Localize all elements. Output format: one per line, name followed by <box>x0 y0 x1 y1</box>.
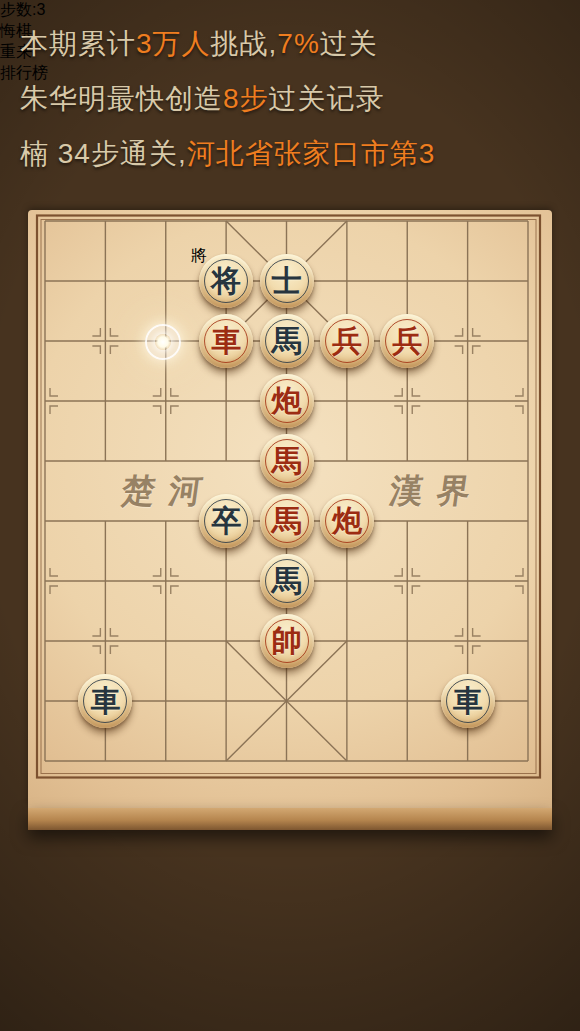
piece-glyph: 馬 <box>260 494 314 548</box>
app-screen: 本期累计3万人挑战,7%过关 朱华明最快创造8步过关记录 楠 34步通关,河北省… <box>0 0 580 1031</box>
piece-glyph: 帥 <box>260 614 314 668</box>
piece-glyph: 炮 <box>260 374 314 428</box>
stat-line-latest-pass: 楠 34步通关,河北省张家口市第3 <box>20 126 560 181</box>
piece-black-horse[interactable]: 馬 <box>260 554 314 608</box>
board-surface[interactable]: 楚河 漢界 将士馬車兵兵炮馬卒馬炮馬帥車車 將 <box>28 210 552 808</box>
piece-black-general[interactable]: 将 <box>199 254 253 308</box>
header-stats: 本期累计3万人挑战,7%过关 朱华明最快创造8步过关记录 楠 34步通关,河北省… <box>20 16 560 181</box>
piece-glyph: 馬 <box>260 554 314 608</box>
river-label-right: 漢界 <box>387 469 487 514</box>
piece-glyph: 馬 <box>260 434 314 488</box>
piece-red-cannon[interactable]: 炮 <box>260 374 314 428</box>
piece-glyph: 馬 <box>260 314 314 368</box>
piece-red-horse[interactable]: 馬 <box>260 494 314 548</box>
sparkle-dot <box>155 334 171 350</box>
piece-black-chariot[interactable]: 車 <box>78 674 132 728</box>
piece-black-chariot[interactable]: 車 <box>441 674 495 728</box>
stat-line-challenges: 本期累计3万人挑战,7%过关 <box>20 16 560 71</box>
piece-black-advisor[interactable]: 士 <box>260 254 314 308</box>
piece-red-horse[interactable]: 馬 <box>260 434 314 488</box>
piece-glyph: 車 <box>78 674 132 728</box>
piece-glyph: 車 <box>441 674 495 728</box>
stat-line-record: 朱华明最快创造8步过关记录 <box>20 71 560 126</box>
piece-glyph: 卒 <box>199 494 253 548</box>
move-sparkle <box>145 324 181 360</box>
piece-red-soldier[interactable]: 兵 <box>380 314 434 368</box>
piece-black-soldier[interactable]: 卒 <box>199 494 253 548</box>
piece-black-horse[interactable]: 馬 <box>260 314 314 368</box>
piece-red-chariot[interactable]: 車 <box>199 314 253 368</box>
piece-glyph: 車 <box>199 314 253 368</box>
piece-glyph: 将 <box>199 254 253 308</box>
piece-glyph: 炮 <box>320 494 374 548</box>
piece-red-soldier[interactable]: 兵 <box>320 314 374 368</box>
piece-glyph: 士 <box>260 254 314 308</box>
piece-glyph: 兵 <box>320 314 374 368</box>
piece-red-cannon[interactable]: 炮 <box>320 494 374 548</box>
piece-glyph: 兵 <box>380 314 434 368</box>
piece-red-general[interactable]: 帥 <box>260 614 314 668</box>
board-edge <box>28 808 552 830</box>
